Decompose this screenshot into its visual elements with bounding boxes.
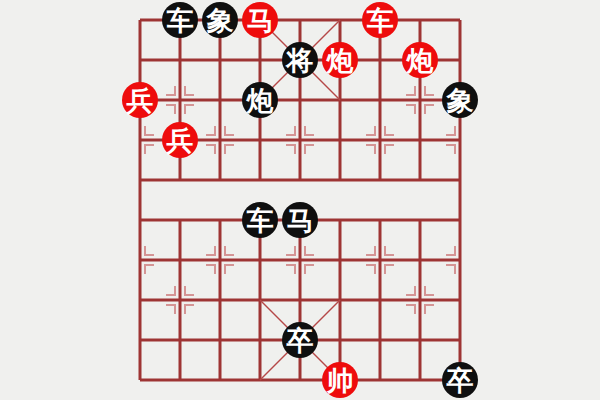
red-soldier-piece[interactable]: 兵 (162, 122, 198, 158)
red-horse-piece[interactable]: 马 (242, 2, 278, 38)
black-chariot-piece[interactable]: 车 (242, 202, 278, 238)
black-soldier-piece[interactable]: 卒 (282, 322, 318, 358)
red-chariot-piece[interactable]: 车 (362, 2, 398, 38)
black-chariot-piece[interactable]: 车 (162, 2, 198, 38)
xiangqi-board: 车象马车将炮炮兵炮象兵车马卒帅卒 (0, 0, 600, 400)
black-elephant-piece[interactable]: 象 (202, 2, 238, 38)
red-cannon-piece[interactable]: 炮 (402, 42, 438, 78)
red-cannon-piece[interactable]: 炮 (322, 42, 358, 78)
black-general-piece[interactable]: 将 (282, 42, 318, 78)
black-cannon-piece[interactable]: 炮 (242, 82, 278, 118)
black-horse-piece[interactable]: 马 (282, 202, 318, 238)
red-soldier-piece[interactable]: 兵 (122, 82, 158, 118)
red-general-piece[interactable]: 帅 (322, 362, 358, 398)
board-grid: 车象马车将炮炮兵炮象兵车马卒帅卒 (120, 0, 480, 400)
black-soldier-piece[interactable]: 卒 (442, 362, 478, 398)
black-elephant-piece[interactable]: 象 (442, 82, 478, 118)
